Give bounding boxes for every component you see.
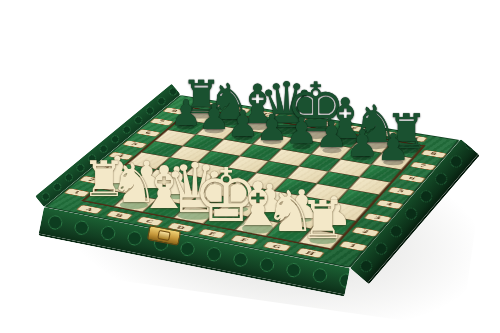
piece-green-pawn-h7[interactable]: ♟ [376,129,409,166]
chess-set-photo: AABBCCDDEEFFGGHH1122334455667788 ♜♞♝♛♚♝♞… [0,0,500,333]
piece-green-pawn-b7[interactable]: ♟ [198,99,230,135]
piece-green-pawn-d7[interactable]: ♟ [256,109,288,145]
piece-green-pawn-e7[interactable]: ♟ [285,113,318,149]
piece-green-pawn-g7[interactable]: ♟ [346,124,379,161]
pieces-layer: ♜♞♝♛♚♝♞♜♟♟♟♟♟♟♟♟♟♟♟♟♟♟♟♟♜♞♝♛♚♝♞♜ [0,0,500,333]
piece-white-rook-h1[interactable]: ♜ [300,193,347,245]
piece-green-pawn-f7[interactable]: ♟ [315,117,348,154]
piece-green-pawn-a7[interactable]: ♟ [170,95,202,130]
piece-green-pawn-c7[interactable]: ♟ [227,105,259,141]
